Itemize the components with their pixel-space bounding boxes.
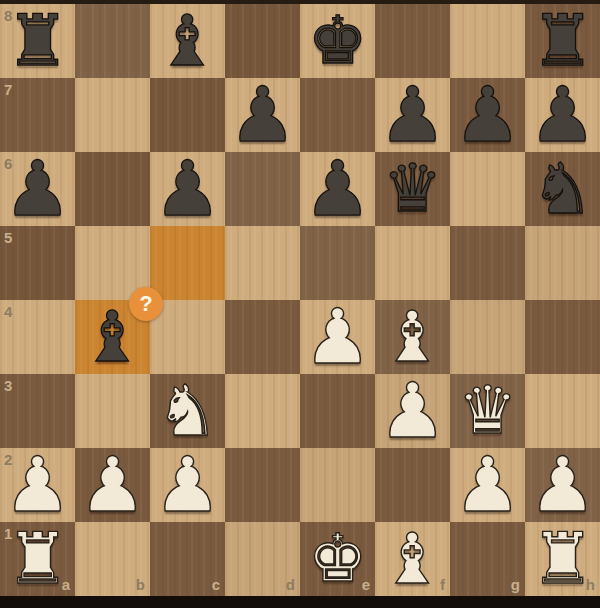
square-e7[interactable] [300, 78, 375, 152]
square-g2[interactable]: ♟ [450, 448, 525, 522]
square-h3[interactable] [525, 374, 600, 448]
square-f6[interactable]: ♛ [375, 152, 450, 226]
piece-white-rook-h1[interactable]: ♜ [525, 522, 600, 596]
piece-black-pawn-g7[interactable]: ♟ [450, 78, 525, 152]
square-f4[interactable]: ♝ [375, 300, 450, 374]
square-a3[interactable]: 3 [0, 374, 75, 448]
square-d3[interactable] [225, 374, 300, 448]
square-a6[interactable]: 6♟ [0, 152, 75, 226]
bottom-frame-bar [0, 596, 600, 608]
square-c3[interactable]: ♞ [150, 374, 225, 448]
square-f7[interactable]: ♟ [375, 78, 450, 152]
square-a8[interactable]: 8♜ [0, 4, 75, 78]
square-e6[interactable]: ♟ [300, 152, 375, 226]
square-b2[interactable]: ♟ [75, 448, 150, 522]
rank-label-7: 7 [4, 82, 12, 97]
square-a4[interactable]: 4 [0, 300, 75, 374]
square-d8[interactable] [225, 4, 300, 78]
chess-app-screen: 8♜♝♚♜7♟♟♟♟6♟♟♟♛♞54♝?♟♝3♞♟♛2♟♟♟♟♟1a♜bcde♚… [0, 0, 600, 608]
square-g6[interactable] [450, 152, 525, 226]
square-c5[interactable] [150, 226, 225, 300]
piece-black-queen-f6[interactable]: ♛ [375, 152, 450, 226]
piece-black-rook-a8[interactable]: ♜ [0, 4, 75, 78]
square-c4[interactable] [150, 300, 225, 374]
piece-white-pawn-c2[interactable]: ♟ [150, 448, 225, 522]
square-g1[interactable]: g [450, 522, 525, 596]
file-label-g: g [511, 577, 520, 592]
square-e4[interactable]: ♟ [300, 300, 375, 374]
square-f3[interactable]: ♟ [375, 374, 450, 448]
square-a7[interactable]: 7 [0, 78, 75, 152]
square-c2[interactable]: ♟ [150, 448, 225, 522]
piece-black-pawn-h7[interactable]: ♟ [525, 78, 600, 152]
piece-black-pawn-c6[interactable]: ♟ [150, 152, 225, 226]
square-h8[interactable]: ♜ [525, 4, 600, 78]
square-a5[interactable]: 5 [0, 226, 75, 300]
square-h7[interactable]: ♟ [525, 78, 600, 152]
square-d2[interactable] [225, 448, 300, 522]
square-b1[interactable]: b [75, 522, 150, 596]
square-g8[interactable] [450, 4, 525, 78]
square-h4[interactable] [525, 300, 600, 374]
square-c7[interactable] [150, 78, 225, 152]
square-e5[interactable] [300, 226, 375, 300]
piece-black-rook-h8[interactable]: ♜ [525, 4, 600, 78]
square-e2[interactable] [300, 448, 375, 522]
piece-white-bishop-f1[interactable]: ♝ [375, 522, 450, 596]
square-h2[interactable]: ♟ [525, 448, 600, 522]
piece-black-pawn-d7[interactable]: ♟ [225, 78, 300, 152]
square-h6[interactable]: ♞ [525, 152, 600, 226]
square-g3[interactable]: ♛ [450, 374, 525, 448]
square-b4[interactable]: ♝? [75, 300, 150, 374]
square-b7[interactable] [75, 78, 150, 152]
square-a1[interactable]: 1a♜ [0, 522, 75, 596]
square-g5[interactable] [450, 226, 525, 300]
piece-black-pawn-a6[interactable]: ♟ [0, 152, 75, 226]
chess-board[interactable]: 8♜♝♚♜7♟♟♟♟6♟♟♟♛♞54♝?♟♝3♞♟♛2♟♟♟♟♟1a♜bcde♚… [0, 4, 600, 596]
square-d1[interactable]: d [225, 522, 300, 596]
piece-white-pawn-e4[interactable]: ♟ [300, 300, 375, 374]
file-label-b: b [136, 577, 145, 592]
piece-black-pawn-e6[interactable]: ♟ [300, 152, 375, 226]
piece-black-bishop-b4[interactable]: ♝ [75, 300, 150, 374]
square-h5[interactable] [525, 226, 600, 300]
square-c1[interactable]: c [150, 522, 225, 596]
square-f1[interactable]: f♝ [375, 522, 450, 596]
square-b5[interactable] [75, 226, 150, 300]
square-d6[interactable] [225, 152, 300, 226]
piece-white-pawn-f3[interactable]: ♟ [375, 374, 450, 448]
square-g7[interactable]: ♟ [450, 78, 525, 152]
square-c6[interactable]: ♟ [150, 152, 225, 226]
file-label-c: c [212, 577, 220, 592]
square-a2[interactable]: 2♟ [0, 448, 75, 522]
square-c8[interactable]: ♝ [150, 4, 225, 78]
square-g4[interactable] [450, 300, 525, 374]
square-e3[interactable] [300, 374, 375, 448]
square-d4[interactable] [225, 300, 300, 374]
piece-white-pawn-h2[interactable]: ♟ [525, 448, 600, 522]
square-d5[interactable] [225, 226, 300, 300]
piece-white-rook-a1[interactable]: ♜ [0, 522, 75, 596]
square-b8[interactable] [75, 4, 150, 78]
piece-white-bishop-f4[interactable]: ♝ [375, 300, 450, 374]
piece-black-king-e8[interactable]: ♚ [300, 4, 375, 78]
square-e8[interactable]: ♚ [300, 4, 375, 78]
rank-label-4: 4 [4, 304, 12, 319]
rank-label-3: 3 [4, 378, 12, 393]
piece-black-knight-h6[interactable]: ♞ [525, 152, 600, 226]
square-f2[interactable] [375, 448, 450, 522]
square-d7[interactable]: ♟ [225, 78, 300, 152]
file-label-d: d [286, 577, 295, 592]
square-f8[interactable] [375, 4, 450, 78]
square-f5[interactable] [375, 226, 450, 300]
square-h1[interactable]: h♜ [525, 522, 600, 596]
piece-white-pawn-g2[interactable]: ♟ [450, 448, 525, 522]
square-b3[interactable] [75, 374, 150, 448]
square-b6[interactable] [75, 152, 150, 226]
piece-white-knight-c3[interactable]: ♞ [150, 374, 225, 448]
piece-white-queen-g3[interactable]: ♛ [450, 374, 525, 448]
piece-white-king-e1[interactable]: ♚ [300, 522, 375, 596]
piece-black-pawn-f7[interactable]: ♟ [375, 78, 450, 152]
square-e1[interactable]: e♚ [300, 522, 375, 596]
piece-white-pawn-a2[interactable]: ♟ [0, 448, 75, 522]
piece-black-bishop-c8[interactable]: ♝ [150, 4, 225, 78]
piece-white-pawn-b2[interactable]: ♟ [75, 448, 150, 522]
